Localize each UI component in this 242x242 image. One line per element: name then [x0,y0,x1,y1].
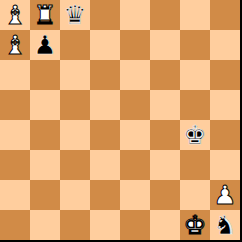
square-h1[interactable]: ♞ [210,210,240,240]
square-a1[interactable] [0,210,30,240]
square-e8[interactable] [120,0,150,30]
square-e7[interactable] [120,30,150,60]
square-e3[interactable] [120,150,150,180]
square-f8[interactable] [150,0,180,30]
square-d8[interactable] [90,0,120,30]
square-b2[interactable] [30,180,60,210]
square-d5[interactable] [90,90,120,120]
square-g3[interactable] [180,150,210,180]
square-g8[interactable] [180,0,210,30]
square-h7[interactable] [210,30,240,60]
square-a8[interactable]: ♝ [0,0,30,30]
square-h3[interactable] [210,150,240,180]
square-h6[interactable] [210,60,240,90]
square-f5[interactable] [150,90,180,120]
square-b8[interactable]: ♜ [30,0,60,30]
square-f3[interactable] [150,150,180,180]
square-d4[interactable] [90,120,120,150]
white-bishop: ♝ [3,0,26,30]
square-b5[interactable] [30,90,60,120]
square-g2[interactable] [180,180,210,210]
square-a3[interactable] [0,150,30,180]
white-bishop: ♝ [3,30,26,60]
chess-board: ♝♜♛♝♟♚♟♚♞ [0,0,242,242]
square-g1[interactable]: ♚ [180,210,210,240]
square-c8[interactable]: ♛ [60,0,90,30]
black-king: ♚ [183,120,206,150]
square-e6[interactable] [120,60,150,90]
square-g7[interactable] [180,30,210,60]
square-h8[interactable] [210,0,240,30]
square-a2[interactable] [0,180,30,210]
square-g4[interactable]: ♚ [180,120,210,150]
square-b4[interactable] [30,120,60,150]
square-c1[interactable] [60,210,90,240]
square-c4[interactable] [60,120,90,150]
square-b3[interactable] [30,150,60,180]
square-c3[interactable] [60,150,90,180]
square-b7[interactable]: ♟ [30,30,60,60]
square-g5[interactable] [180,90,210,120]
square-c6[interactable] [60,60,90,90]
square-f7[interactable] [150,30,180,60]
square-c7[interactable] [60,30,90,60]
square-e1[interactable] [120,210,150,240]
white-rook: ♜ [33,0,56,30]
black-queen: ♛ [63,0,86,30]
square-d1[interactable] [90,210,120,240]
white-pawn: ♟ [213,180,236,210]
white-king: ♚ [183,210,206,240]
square-f2[interactable] [150,180,180,210]
square-b1[interactable] [30,210,60,240]
square-h4[interactable] [210,120,240,150]
square-h5[interactable] [210,90,240,120]
square-c2[interactable] [60,180,90,210]
black-knight: ♞ [213,210,236,240]
square-e2[interactable] [120,180,150,210]
square-f6[interactable] [150,60,180,90]
square-e4[interactable] [120,120,150,150]
square-g6[interactable] [180,60,210,90]
square-h2[interactable]: ♟ [210,180,240,210]
square-a5[interactable] [0,90,30,120]
square-d3[interactable] [90,150,120,180]
square-a7[interactable]: ♝ [0,30,30,60]
square-b6[interactable] [30,60,60,90]
square-d2[interactable] [90,180,120,210]
square-a4[interactable] [0,120,30,150]
square-a6[interactable] [0,60,30,90]
black-pawn: ♟ [33,30,56,60]
square-e5[interactable] [120,90,150,120]
square-d7[interactable] [90,30,120,60]
square-f1[interactable] [150,210,180,240]
square-f4[interactable] [150,120,180,150]
square-d6[interactable] [90,60,120,90]
square-c5[interactable] [60,90,90,120]
